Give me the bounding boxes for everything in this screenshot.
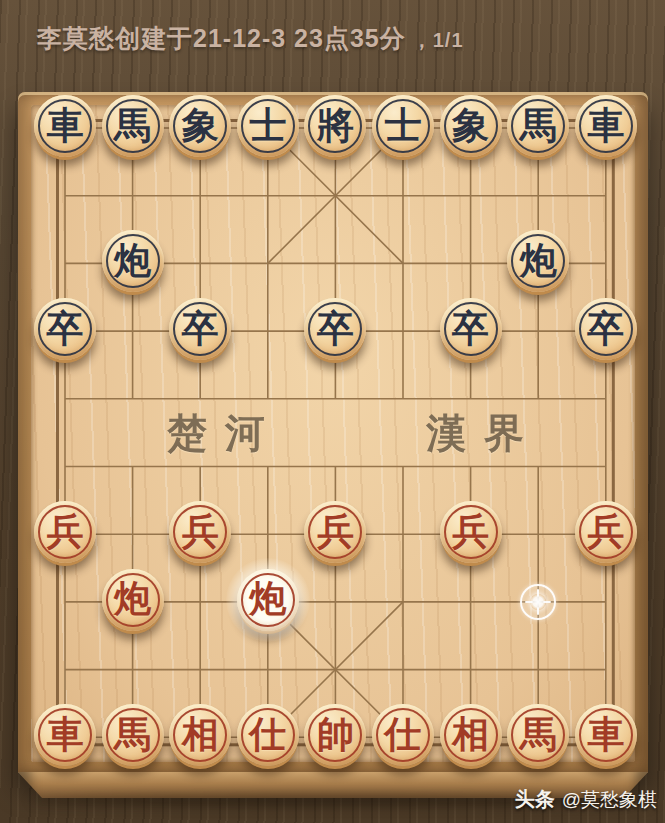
piece-glyph: 象 [452, 107, 489, 144]
piece-glyph: 卒 [452, 310, 489, 347]
piece-red-chariot[interactable]: 車 [34, 704, 96, 766]
piece-black-horse[interactable]: 馬 [102, 95, 164, 157]
piece-red-cannon[interactable]: 炮 [102, 569, 164, 631]
piece-glyph: 仕 [385, 716, 422, 753]
piece-glyph: 士 [249, 107, 286, 144]
piece-glyph: 兵 [587, 513, 624, 550]
piece-glyph: 兵 [317, 513, 354, 550]
watermark-brand: 头条 [515, 788, 555, 810]
piece-red-soldier[interactable]: 兵 [34, 501, 96, 563]
piece-glyph: 車 [587, 107, 624, 144]
piece-glyph: 將 [317, 107, 354, 144]
piece-black-general[interactable]: 將 [304, 95, 366, 157]
piece-glyph: 馬 [520, 107, 557, 144]
watermark-handle: @莫愁象棋 [562, 789, 657, 810]
piece-black-horse[interactable]: 馬 [507, 95, 569, 157]
piece-glyph: 帥 [317, 716, 354, 753]
piece-black-cannon[interactable]: 炮 [102, 230, 164, 292]
piece-glyph: 炮 [114, 580, 151, 617]
piece-red-horse[interactable]: 馬 [102, 704, 164, 766]
board-frame [18, 92, 648, 773]
piece-glyph: 士 [385, 107, 422, 144]
last-move-origin-marker [518, 582, 558, 622]
piece-glyph: 馬 [520, 716, 557, 753]
piece-glyph: 車 [47, 107, 84, 144]
piece-black-soldier[interactable]: 卒 [440, 298, 502, 360]
piece-red-elephant[interactable]: 相 [440, 704, 502, 766]
piece-black-advisor[interactable]: 士 [372, 95, 434, 157]
piece-glyph: 車 [47, 716, 84, 753]
board-surface[interactable] [31, 105, 635, 762]
piece-glyph: 兵 [47, 513, 84, 550]
piece-red-soldier[interactable]: 兵 [440, 501, 502, 563]
piece-glyph: 象 [182, 107, 219, 144]
piece-red-soldier[interactable]: 兵 [169, 501, 231, 563]
piece-black-elephant[interactable]: 象 [169, 95, 231, 157]
piece-black-soldier[interactable]: 卒 [34, 298, 96, 360]
river-label-chu-he: 楚河 [149, 406, 283, 461]
piece-black-advisor[interactable]: 士 [237, 95, 299, 157]
piece-glyph: 馬 [114, 716, 151, 753]
xiangqi-app-screen: 李莫愁创建于21-12-3 23点35分，1/1 楚河 漢界 車馬象士將士象馬車… [0, 0, 665, 823]
piece-glyph: 炮 [114, 242, 151, 279]
piece-glyph: 炮 [520, 242, 557, 279]
piece-glyph: 卒 [47, 310, 84, 347]
piece-glyph: 相 [452, 716, 489, 753]
piece-black-chariot[interactable]: 車 [575, 95, 637, 157]
piece-red-soldier[interactable]: 兵 [575, 501, 637, 563]
watermark: 头条@莫愁象棋 [515, 786, 657, 813]
piece-black-chariot[interactable]: 車 [34, 95, 96, 157]
piece-glyph: 卒 [317, 310, 354, 347]
piece-red-advisor[interactable]: 仕 [372, 704, 434, 766]
piece-glyph: 車 [587, 716, 624, 753]
piece-black-soldier[interactable]: 卒 [169, 298, 231, 360]
piece-red-cannon[interactable]: 炮 [237, 569, 299, 631]
piece-red-chariot[interactable]: 車 [575, 704, 637, 766]
piece-glyph: 卒 [182, 310, 219, 347]
piece-glyph: 相 [182, 716, 219, 753]
piece-glyph: 兵 [182, 513, 219, 550]
crosshair-sparkle-icon [530, 594, 546, 610]
piece-glyph: 仕 [249, 716, 286, 753]
piece-black-soldier[interactable]: 卒 [575, 298, 637, 360]
piece-black-elephant[interactable]: 象 [440, 95, 502, 157]
game-info-header: 李莫愁创建于21-12-3 23点35分，1/1 [37, 22, 464, 55]
river-label-han-jie: 漢界 [408, 406, 542, 461]
game-title: 李莫愁创建于21-12-3 23点35分 [37, 24, 406, 52]
piece-glyph: 馬 [114, 107, 151, 144]
piece-glyph: 兵 [452, 513, 489, 550]
piece-glyph: 卒 [587, 310, 624, 347]
piece-red-advisor[interactable]: 仕 [237, 704, 299, 766]
piece-glyph: 炮 [249, 580, 286, 617]
move-page-indicator: ，1/1 [412, 29, 464, 51]
